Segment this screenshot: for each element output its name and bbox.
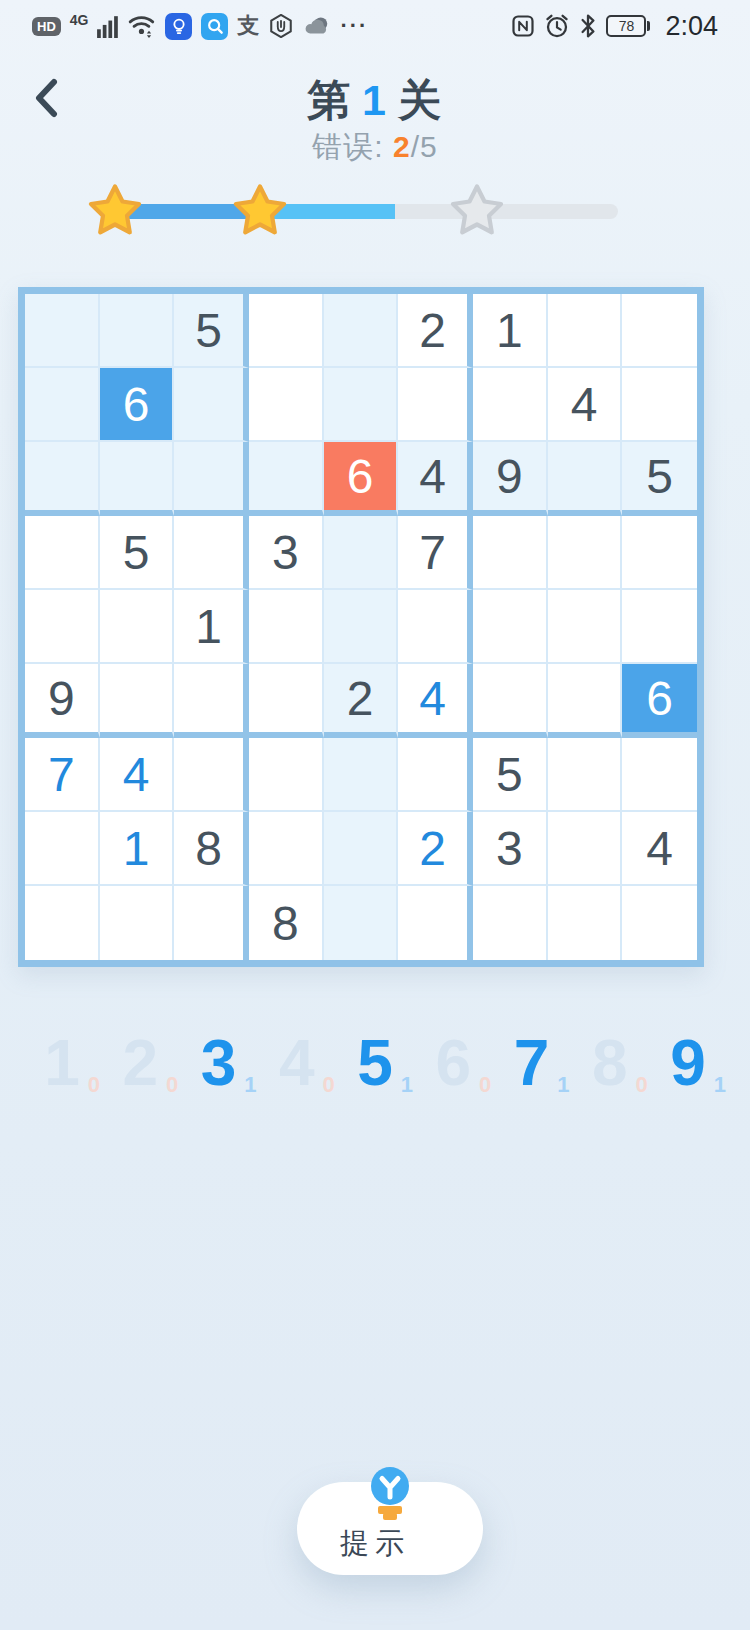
cell-r9c5[interactable] <box>324 886 399 960</box>
cell-r9c7[interactable] <box>473 886 548 960</box>
cell-r6c4[interactable] <box>249 664 324 738</box>
palm-hexagon-icon <box>268 13 294 39</box>
cell-r4c3[interactable] <box>174 516 249 590</box>
cell-r3c8[interactable] <box>548 442 623 516</box>
level-title-prefix: 第 <box>307 76 352 124</box>
cell-r9c9[interactable] <box>622 886 697 960</box>
status-bar-right: 78 2:04 <box>511 11 718 42</box>
cell-r2c9[interactable] <box>622 368 697 442</box>
numpad-remaining-badge: 0 <box>323 1072 335 1098</box>
cell-r2c7[interactable] <box>473 368 548 442</box>
cell-r2c6[interactable] <box>398 368 473 442</box>
numpad-2[interactable]: 20 <box>112 1024 168 1102</box>
cell-r8c9[interactable]: 4 <box>622 812 697 886</box>
cell-r8c6[interactable]: 2 <box>398 812 473 886</box>
cell-r2c5[interactable] <box>324 368 399 442</box>
cell-r8c5[interactable] <box>324 812 399 886</box>
cell-r3c9[interactable]: 5 <box>622 442 697 516</box>
cell-r8c7[interactable]: 3 <box>473 812 548 886</box>
hd-badge: HD <box>32 17 61 36</box>
cell-r9c3[interactable] <box>174 886 249 960</box>
cell-r9c2[interactable] <box>100 886 175 960</box>
battery-icon: 78 <box>606 15 650 37</box>
cell-r5c4[interactable] <box>249 590 324 664</box>
clock-time: 2:04 <box>665 11 718 42</box>
numpad-remaining-badge: 1 <box>401 1072 413 1098</box>
cell-r5c9[interactable] <box>622 590 697 664</box>
cell-r7c6[interactable] <box>398 738 473 812</box>
cell-r6c6[interactable]: 4 <box>398 664 473 738</box>
numpad-remaining-badge: 1 <box>714 1072 726 1098</box>
cell-r3c2[interactable] <box>100 442 175 516</box>
cell-r4c9[interactable] <box>622 516 697 590</box>
cell-r7c5[interactable] <box>324 738 399 812</box>
cell-r6c8[interactable] <box>548 664 623 738</box>
cell-r5c2[interactable] <box>100 590 175 664</box>
numpad-digit: 3 <box>191 1024 247 1102</box>
star-2-gold-icon <box>230 181 290 241</box>
hint-button-label: 提示 <box>0 1524 750 1564</box>
alipay-icon: 支 <box>237 15 259 37</box>
search-app-icon <box>201 13 228 40</box>
errors-label: 错误: <box>312 130 383 163</box>
numpad-7[interactable]: 71 <box>504 1024 560 1102</box>
numpad-remaining-badge: 0 <box>636 1072 648 1098</box>
sudoku-board: 52164649553719246745182348 <box>18 287 704 967</box>
cell-r6c5[interactable]: 2 <box>324 664 399 738</box>
numpad-4[interactable]: 40 <box>269 1024 325 1102</box>
cell-r4c5[interactable] <box>324 516 399 590</box>
numpad-remaining-badge: 1 <box>244 1072 256 1098</box>
cell-r9c4[interactable]: 8 <box>249 886 324 960</box>
cell-r6c1[interactable]: 9 <box>25 664 100 738</box>
alarm-icon <box>544 13 570 39</box>
numpad-remaining-badge: 1 <box>557 1072 569 1098</box>
cell-r9c1[interactable] <box>25 886 100 960</box>
cell-r4c4[interactable]: 3 <box>249 516 324 590</box>
cloud-icon <box>303 15 331 37</box>
numpad-digit: 4 <box>269 1024 325 1102</box>
level-number: 1 <box>352 76 398 124</box>
errors-counter: 错误: 2/5 <box>0 127 750 168</box>
cell-r5c7[interactable] <box>473 590 548 664</box>
cell-r1c5[interactable] <box>324 294 399 368</box>
cell-r4c2[interactable]: 5 <box>100 516 175 590</box>
cell-r1c7[interactable]: 1 <box>473 294 548 368</box>
numpad-3[interactable]: 31 <box>191 1024 247 1102</box>
cell-r8c4[interactable] <box>249 812 324 886</box>
cell-r6c7[interactable] <box>473 664 548 738</box>
star-1-gold-icon <box>85 181 145 241</box>
cell-r7c9[interactable] <box>622 738 697 812</box>
numpad-digit: 1 <box>34 1024 90 1102</box>
cell-r5c1[interactable] <box>25 590 100 664</box>
battery-percent: 78 <box>606 15 646 37</box>
ellipsis-icon: ··· <box>340 13 368 39</box>
cell-r3c7[interactable]: 9 <box>473 442 548 516</box>
numpad-digit: 2 <box>112 1024 168 1102</box>
cell-r5c6[interactable] <box>398 590 473 664</box>
cell-r1c6[interactable]: 2 <box>398 294 473 368</box>
cell-r7c8[interactable] <box>548 738 623 812</box>
numpad-digit: 9 <box>660 1024 716 1102</box>
network-type-label: 4G <box>70 12 89 28</box>
cell-r7c3[interactable] <box>174 738 249 812</box>
numpad-1[interactable]: 10 <box>34 1024 90 1102</box>
cell-r7c1[interactable]: 7 <box>25 738 100 812</box>
cell-r3c6[interactable]: 4 <box>398 442 473 516</box>
cell-r8c3[interactable]: 8 <box>174 812 249 886</box>
cell-r3c1[interactable] <box>25 442 100 516</box>
numpad-9[interactable]: 91 <box>660 1024 716 1102</box>
cell-r6c3[interactable] <box>174 664 249 738</box>
numpad-digit: 8 <box>582 1024 638 1102</box>
number-pad: 102031405160718091 <box>34 1016 716 1102</box>
cell-r2c1[interactable] <box>25 368 100 442</box>
errors-total: /5 <box>411 130 438 163</box>
numpad-remaining-badge: 0 <box>88 1072 100 1098</box>
numpad-5[interactable]: 51 <box>347 1024 403 1102</box>
cell-r1c9[interactable] <box>622 294 697 368</box>
cell-r8c1[interactable] <box>25 812 100 886</box>
cell-r4c7[interactable] <box>473 516 548 590</box>
progress-track <box>110 204 618 219</box>
level-title: 第1关 <box>0 72 750 130</box>
cell-r8c8[interactable] <box>548 812 623 886</box>
cell-r5c5[interactable] <box>324 590 399 664</box>
cell-r1c3[interactable]: 5 <box>174 294 249 368</box>
level-title-suffix: 关 <box>398 76 443 124</box>
cell-r6c9[interactable]: 6 <box>622 664 697 738</box>
cell-r3c4[interactable] <box>249 442 324 516</box>
cell-r1c4[interactable] <box>249 294 324 368</box>
wifi-icon <box>128 13 156 39</box>
signal-bars-icon <box>97 14 119 38</box>
cell-r9c6[interactable] <box>398 886 473 960</box>
cell-r7c4[interactable] <box>249 738 324 812</box>
cell-r5c3[interactable]: 1 <box>174 590 249 664</box>
cell-r4c6[interactable]: 7 <box>398 516 473 590</box>
bluetooth-icon <box>579 13 597 39</box>
cell-r1c2[interactable] <box>100 294 175 368</box>
status-bar-left: HD 4G 支 <box>32 13 368 40</box>
cell-r2c2[interactable]: 6 <box>100 368 175 442</box>
numpad-digit: 7 <box>504 1024 560 1102</box>
errors-count: 2 <box>393 130 411 163</box>
cell-r2c4[interactable] <box>249 368 324 442</box>
cell-r1c1[interactable] <box>25 294 100 368</box>
numpad-digit: 5 <box>347 1024 403 1102</box>
cell-r7c2[interactable]: 4 <box>100 738 175 812</box>
numpad-digit: 6 <box>425 1024 481 1102</box>
cell-r4c1[interactable] <box>25 516 100 590</box>
cell-r5c8[interactable] <box>548 590 623 664</box>
cell-r8c2[interactable]: 1 <box>100 812 175 886</box>
numpad-remaining-badge: 0 <box>166 1072 178 1098</box>
cell-r3c3[interactable] <box>174 442 249 516</box>
status-bar: HD 4G 支 <box>0 6 750 46</box>
star-3-gray-icon <box>447 181 507 241</box>
cell-r4c8[interactable] <box>548 516 623 590</box>
cell-r7c7[interactable]: 5 <box>473 738 548 812</box>
sudoku-app-screen: HD 4G 支 <box>0 0 750 1630</box>
cell-r2c3[interactable] <box>174 368 249 442</box>
cell-r1c8[interactable] <box>548 294 623 368</box>
cell-r2c8[interactable]: 4 <box>548 368 623 442</box>
cell-r9c8[interactable] <box>548 886 623 960</box>
cell-r3c5[interactable]: 6 <box>324 442 399 516</box>
numpad-remaining-badge: 0 <box>479 1072 491 1098</box>
numpad-6[interactable]: 60 <box>425 1024 481 1102</box>
numpad-8[interactable]: 80 <box>582 1024 638 1102</box>
nfc-icon <box>511 13 535 39</box>
hint-bulb-icon <box>368 1466 412 1522</box>
cell-r6c2[interactable] <box>100 664 175 738</box>
flashlight-app-icon <box>165 13 192 40</box>
